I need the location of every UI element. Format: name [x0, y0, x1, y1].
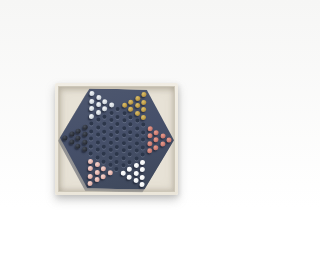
- peg-yellow[interactable]: [141, 92, 146, 97]
- hole-empty[interactable]: [108, 133, 112, 137]
- hole-empty[interactable]: [134, 126, 138, 130]
- peg-pink[interactable]: [87, 181, 92, 186]
- peg-pink[interactable]: [87, 173, 92, 178]
- peg-black[interactable]: [68, 139, 73, 144]
- peg-yellow[interactable]: [141, 107, 146, 112]
- peg-pink[interactable]: [107, 170, 112, 175]
- hole-empty[interactable]: [115, 122, 119, 126]
- peg-white[interactable]: [133, 171, 138, 176]
- peg-black[interactable]: [81, 140, 86, 145]
- hole-empty[interactable]: [121, 156, 125, 160]
- hole-empty[interactable]: [101, 137, 105, 141]
- hole-empty[interactable]: [101, 152, 105, 156]
- peg-pink[interactable]: [100, 174, 105, 179]
- hole-empty[interactable]: [140, 152, 144, 156]
- hole-empty[interactable]: [141, 130, 145, 134]
- peg-white[interactable]: [126, 167, 131, 172]
- peg-grey[interactable]: [89, 106, 94, 111]
- hole-empty[interactable]: [95, 155, 99, 159]
- hole-empty[interactable]: [134, 156, 138, 160]
- hole-empty[interactable]: [102, 122, 106, 126]
- peg-pink[interactable]: [94, 162, 99, 167]
- hole-empty[interactable]: [128, 115, 132, 119]
- peg-red[interactable]: [153, 137, 158, 142]
- photo-background: [0, 0, 222, 278]
- hole-empty[interactable]: [114, 159, 118, 163]
- peg-grey[interactable]: [95, 102, 100, 107]
- hole-empty[interactable]: [134, 134, 138, 138]
- product-box: [55, 83, 178, 195]
- hole-empty[interactable]: [109, 111, 113, 115]
- peg-yellow[interactable]: [128, 99, 133, 104]
- hole-empty[interactable]: [141, 123, 145, 127]
- hole-empty[interactable]: [115, 114, 119, 118]
- hole-empty[interactable]: [95, 140, 99, 144]
- hole-empty[interactable]: [114, 152, 118, 156]
- peg-red[interactable]: [159, 141, 164, 146]
- hole-empty[interactable]: [115, 107, 119, 111]
- hole-empty[interactable]: [121, 148, 125, 152]
- peg-yellow[interactable]: [128, 107, 133, 112]
- peg-black[interactable]: [75, 143, 80, 148]
- hole-empty[interactable]: [108, 148, 112, 152]
- hole-empty[interactable]: [134, 149, 138, 153]
- peg-grey[interactable]: [89, 98, 94, 103]
- hole-empty[interactable]: [140, 138, 144, 142]
- peg-yellow[interactable]: [134, 111, 139, 116]
- peg-pink[interactable]: [94, 177, 99, 182]
- hole-empty[interactable]: [102, 129, 106, 133]
- hole-empty[interactable]: [89, 129, 93, 133]
- peg-yellow[interactable]: [121, 103, 126, 108]
- peg-black[interactable]: [82, 125, 87, 130]
- hole-empty[interactable]: [127, 145, 131, 149]
- hole-empty[interactable]: [108, 118, 112, 122]
- peg-white[interactable]: [139, 167, 144, 172]
- peg-black[interactable]: [75, 128, 80, 133]
- peg-red[interactable]: [146, 148, 151, 153]
- peg-red[interactable]: [166, 138, 171, 143]
- peg-red[interactable]: [146, 141, 151, 146]
- peg-white[interactable]: [139, 159, 144, 164]
- peg-black[interactable]: [75, 136, 80, 141]
- peg-white[interactable]: [133, 178, 138, 183]
- hole-empty[interactable]: [121, 118, 125, 122]
- hole-empty[interactable]: [127, 160, 131, 164]
- hole-empty[interactable]: [127, 137, 131, 141]
- hole-empty[interactable]: [114, 167, 118, 171]
- hole-empty[interactable]: [127, 152, 131, 156]
- peg-white[interactable]: [133, 163, 138, 168]
- hole-empty[interactable]: [108, 126, 112, 130]
- hole-empty[interactable]: [121, 141, 125, 145]
- peg-black[interactable]: [81, 147, 86, 152]
- hole-empty[interactable]: [95, 118, 99, 122]
- peg-grey[interactable]: [88, 113, 93, 118]
- peg-pink[interactable]: [87, 158, 92, 163]
- hole-empty[interactable]: [102, 114, 106, 118]
- peg-grey[interactable]: [95, 95, 100, 100]
- hole-empty[interactable]: [114, 137, 118, 141]
- hole-empty[interactable]: [121, 133, 125, 137]
- peg-yellow[interactable]: [134, 103, 139, 108]
- peg-red[interactable]: [147, 133, 152, 138]
- peg-white[interactable]: [139, 174, 144, 179]
- hole-empty[interactable]: [134, 119, 138, 123]
- hole-empty[interactable]: [121, 126, 125, 130]
- hole-empty[interactable]: [88, 151, 92, 155]
- board-wrap: [58, 88, 174, 190]
- hole-empty[interactable]: [101, 159, 105, 163]
- hole-empty[interactable]: [114, 144, 118, 148]
- hole-empty[interactable]: [95, 133, 99, 137]
- peg-black[interactable]: [62, 135, 67, 140]
- peg-yellow[interactable]: [141, 100, 146, 105]
- peg-grey[interactable]: [108, 103, 113, 108]
- hole-empty[interactable]: [107, 163, 111, 167]
- hole-empty[interactable]: [115, 129, 119, 133]
- peg-black[interactable]: [69, 132, 74, 137]
- peg-pink[interactable]: [87, 166, 92, 171]
- peg-red[interactable]: [147, 126, 152, 131]
- hole-empty[interactable]: [134, 141, 138, 145]
- peg-yellow[interactable]: [140, 114, 145, 119]
- peg-red[interactable]: [153, 130, 158, 135]
- hole-empty[interactable]: [88, 144, 92, 148]
- peg-grey[interactable]: [102, 99, 107, 104]
- hole-empty[interactable]: [122, 111, 126, 115]
- peg-red[interactable]: [160, 134, 165, 139]
- hole-empty[interactable]: [140, 145, 144, 149]
- peg-yellow[interactable]: [134, 96, 139, 101]
- peg-grey[interactable]: [89, 91, 94, 96]
- peg-red[interactable]: [153, 145, 158, 150]
- hole-empty[interactable]: [101, 144, 105, 148]
- box-tray: [58, 86, 175, 192]
- hole-empty[interactable]: [95, 125, 99, 129]
- peg-white[interactable]: [126, 174, 131, 179]
- hole-empty[interactable]: [89, 121, 93, 125]
- hole-empty[interactable]: [88, 136, 92, 140]
- peg-grey[interactable]: [95, 110, 100, 115]
- peg-grey[interactable]: [102, 106, 107, 111]
- hole-empty[interactable]: [108, 156, 112, 160]
- hole-empty[interactable]: [95, 148, 99, 152]
- peg-white[interactable]: [139, 182, 144, 187]
- peg-white[interactable]: [120, 170, 125, 175]
- hole-empty[interactable]: [108, 141, 112, 145]
- peg-black[interactable]: [82, 132, 87, 137]
- hole-empty[interactable]: [128, 130, 132, 134]
- peg-pink[interactable]: [100, 166, 105, 171]
- peg-pink[interactable]: [94, 170, 99, 175]
- board-cells: [58, 88, 174, 190]
- hole-empty[interactable]: [128, 122, 132, 126]
- hole-empty[interactable]: [120, 163, 124, 167]
